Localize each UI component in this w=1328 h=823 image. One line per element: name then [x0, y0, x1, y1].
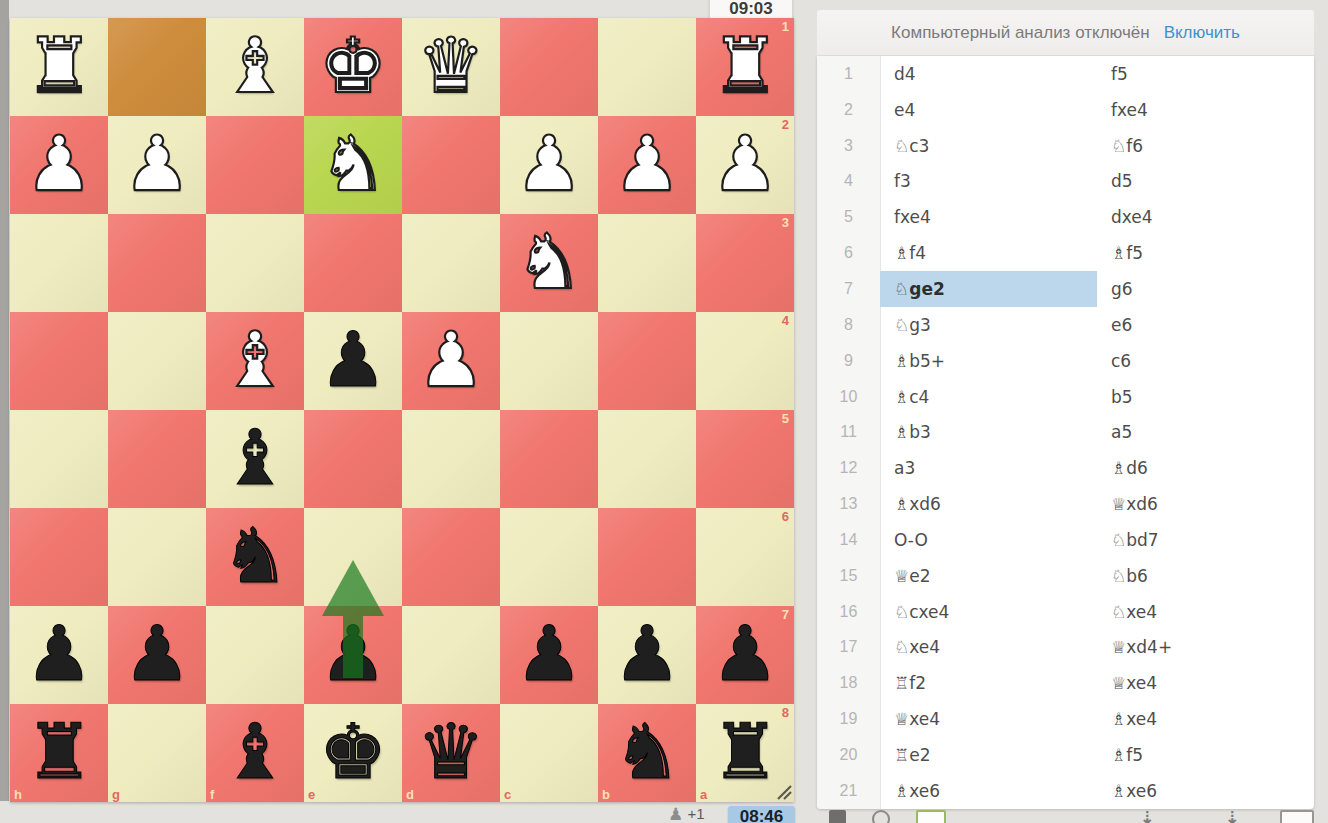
square-b2[interactable]: ♟	[598, 116, 696, 214]
square-h2[interactable]: ♟	[10, 116, 108, 214]
move-row-21: 21♗xe6♗xe6	[817, 773, 1314, 809]
piece-bP-e4[interactable]: ♟	[304, 312, 402, 410]
move-row-9: 9♗b5+c6	[817, 343, 1314, 379]
square-e4[interactable]: ♟	[304, 312, 402, 410]
piece-wQ-d1[interactable]: ♛	[402, 18, 500, 116]
move-black-1[interactable]: f5	[1097, 56, 1313, 92]
move-black-11[interactable]: a5	[1097, 414, 1313, 450]
move-white-6[interactable]: ♗f4	[880, 235, 1097, 271]
square-a4[interactable]: 4	[696, 312, 794, 410]
square-d1[interactable]: ♛	[402, 18, 500, 116]
rank-coordinate-5: 5	[782, 411, 789, 426]
move-row-1: 1d4f5	[817, 56, 1314, 92]
analysis-status-text: Компьютерный анализ отключён	[891, 23, 1150, 43]
file-coordinate-c: c	[504, 787, 511, 802]
square-e1[interactable]: ♚	[304, 18, 402, 116]
move-black-6[interactable]: ♗f5	[1097, 235, 1313, 271]
square-c3[interactable]: ♞	[500, 214, 598, 312]
piece-wR-a1[interactable]: ♜	[696, 18, 794, 116]
import-game-icon[interactable]: ⇣	[1139, 810, 1155, 823]
piece-wR-h1[interactable]: ♜	[10, 18, 108, 116]
move-black-4[interactable]: d5	[1097, 164, 1313, 200]
move-row-6: 6♗f4♗f5	[817, 235, 1314, 271]
move-black-19[interactable]: ♗xe4	[1097, 701, 1313, 737]
piece-wP-c2[interactable]: ♟	[500, 116, 598, 214]
settings-gear-icon[interactable]	[872, 810, 890, 823]
move-number: 18	[817, 674, 880, 692]
move-white-1[interactable]: d4	[880, 56, 1097, 92]
move-black-7[interactable]: g6	[1097, 271, 1313, 307]
square-d5[interactable]	[402, 410, 500, 508]
move-black-15[interactable]: ♘b6	[1097, 558, 1313, 594]
square-f8[interactable]: ♝f	[206, 704, 304, 802]
export-game-icon[interactable]: ⇣	[1224, 810, 1240, 823]
piece-wB-f1[interactable]: ♝	[206, 18, 304, 116]
move-row-8: 8♘g3e6	[817, 307, 1314, 343]
piece-bP-g7[interactable]: ♟	[108, 606, 206, 704]
square-e6[interactable]	[304, 508, 402, 606]
board-grid[interactable]: ♜♝♚♛♜1♟♟♞♟♟♟2♞3♝♟♟4♝5♞6♟♟♟♟♟♟7♜hg♝f♚e♛dc…	[10, 18, 794, 802]
move-number: 10	[817, 388, 880, 406]
square-a1[interactable]: ♜1	[696, 18, 794, 116]
move-row-12: 12a3♗d6	[817, 450, 1314, 486]
square-d2[interactable]	[402, 116, 500, 214]
rank-coordinate-3: 3	[782, 215, 789, 230]
square-b3[interactable]	[598, 214, 696, 312]
move-number: 12	[817, 459, 880, 477]
square-a2[interactable]: ♟2	[696, 116, 794, 214]
analysis-board-icon[interactable]	[829, 810, 846, 823]
move-black-21[interactable]: ♗xe6	[1097, 773, 1313, 809]
square-c2[interactable]: ♟	[500, 116, 598, 214]
square-g6[interactable]	[108, 508, 206, 606]
piece-bP-c7[interactable]: ♟	[500, 606, 598, 704]
square-b8[interactable]: ♞b	[598, 704, 696, 802]
move-white-13[interactable]: ♗xd6	[880, 486, 1097, 522]
square-a8[interactable]: ♜a8	[696, 704, 794, 802]
square-g7[interactable]: ♟	[108, 606, 206, 704]
move-black-17[interactable]: ♕xd4+	[1097, 630, 1313, 666]
rank-coordinate-1: 1	[782, 19, 789, 34]
piece-wB-f4[interactable]: ♝	[206, 312, 304, 410]
rank-coordinate-8: 8	[782, 705, 789, 720]
square-f3[interactable]	[206, 214, 304, 312]
app-window: 09:03 ♜♝♚♛♜1♟♟♞♟♟♟2♞3♝♟♟4♝5♞6♟♟♟♟♟♟7♜hg♝…	[0, 0, 1328, 823]
move-number: 2	[817, 101, 880, 119]
square-c6[interactable]	[500, 508, 598, 606]
move-row-18: 18♖f2♕xe4	[817, 665, 1314, 701]
file-coordinate-d: d	[406, 787, 414, 802]
square-h4[interactable]	[10, 312, 108, 410]
square-f7[interactable]	[206, 606, 304, 704]
square-h7[interactable]: ♟	[10, 606, 108, 704]
move-black-9[interactable]: c6	[1097, 343, 1313, 379]
square-b4[interactable]	[598, 312, 696, 410]
file-coordinate-h: h	[14, 787, 22, 802]
square-a3[interactable]: 3	[696, 214, 794, 312]
move-black-12[interactable]: ♗d6	[1097, 450, 1313, 486]
square-e3[interactable]	[304, 214, 402, 312]
square-e7[interactable]: ♟	[304, 606, 402, 704]
move-row-10: 10♗c4b5	[817, 379, 1314, 415]
move-number: 1	[817, 65, 880, 83]
piece-bR-a8[interactable]: ♜	[696, 704, 794, 802]
square-h3[interactable]	[10, 214, 108, 312]
move-white-16[interactable]: ♘cxe4	[880, 594, 1097, 630]
move-white-7[interactable]: ♘ge2	[880, 271, 1097, 307]
move-row-11: 11♗b3a5	[817, 414, 1314, 450]
square-c7[interactable]: ♟	[500, 606, 598, 704]
square-c1[interactable]	[500, 18, 598, 116]
square-b6[interactable]	[598, 508, 696, 606]
move-number: 20	[817, 746, 880, 764]
move-white-14[interactable]: O-O	[880, 522, 1097, 558]
piece-wN-e2[interactable]: ♞	[304, 116, 402, 214]
piece-bQ-d8[interactable]: ♛	[402, 704, 500, 802]
move-row-14: 14O-O♘bd7	[817, 522, 1314, 558]
move-white-11[interactable]: ♗b3	[880, 414, 1097, 450]
piece-wP-h2[interactable]: ♟	[10, 116, 108, 214]
move-white-21[interactable]: ♗xe6	[880, 773, 1097, 809]
move-number: 13	[817, 495, 880, 513]
move-row-2: 2e4fxe4	[817, 92, 1314, 128]
square-b5[interactable]	[598, 410, 696, 508]
white-clock: 09:03	[709, 0, 793, 20]
square-d3[interactable]	[402, 214, 500, 312]
square-g5[interactable]	[108, 410, 206, 508]
panel-toolbar: ⇣ ⇣	[817, 810, 1314, 823]
square-f4[interactable]: ♝	[206, 312, 304, 410]
file-coordinate-g: g	[112, 787, 120, 802]
square-a6[interactable]: 6	[696, 508, 794, 606]
chess-board[interactable]: ♜♝♚♛♜1♟♟♞♟♟♟2♞3♝♟♟4♝5♞6♟♟♟♟♟♟7♜hg♝f♚e♛dc…	[10, 18, 794, 802]
move-number: 5	[817, 208, 880, 226]
square-f1[interactable]: ♝	[206, 18, 304, 116]
rank-coordinate-6: 6	[782, 509, 789, 524]
piece-wP-d4[interactable]: ♟	[402, 312, 500, 410]
move-row-15: 15♕e2♘b6	[817, 558, 1314, 594]
move-white-10[interactable]: ♗c4	[880, 379, 1097, 415]
move-white-9[interactable]: ♗b5+	[880, 343, 1097, 379]
black-clock-active: 08:46	[728, 806, 795, 823]
move-white-8[interactable]: ♘g3	[880, 307, 1097, 343]
piece-wN-c3[interactable]: ♞	[500, 214, 598, 312]
move-row-16: 16♘cxe4♘xe4	[817, 594, 1314, 630]
move-white-3[interactable]: ♘c3	[880, 128, 1097, 164]
square-h8[interactable]: ♜h	[10, 704, 108, 802]
square-a5[interactable]: 5	[696, 410, 794, 508]
move-number: 4	[817, 172, 880, 190]
material-advantage: ♟ +1	[668, 804, 705, 823]
move-white-2[interactable]: e4	[880, 92, 1097, 128]
fen-box-icon[interactable]	[1280, 810, 1314, 823]
square-f6[interactable]: ♞	[206, 508, 304, 606]
move-white-20[interactable]: ♖e2	[880, 737, 1097, 773]
move-row-5: 5fxe4dxe4	[817, 199, 1314, 235]
move-white-4[interactable]: f3	[880, 164, 1097, 200]
piece-wK-e1[interactable]: ♚	[304, 18, 402, 116]
square-h6[interactable]	[10, 508, 108, 606]
move-number: 3	[817, 137, 880, 155]
move-number: 16	[817, 603, 880, 621]
square-f5[interactable]: ♝	[206, 410, 304, 508]
move-black-16[interactable]: ♘xe4	[1097, 594, 1313, 630]
move-white-15[interactable]: ♕e2	[880, 558, 1097, 594]
material-count: +1	[687, 805, 704, 822]
square-d4[interactable]: ♟	[402, 312, 500, 410]
move-black-3[interactable]: ♘f6	[1097, 128, 1313, 164]
rank-coordinate-2: 2	[782, 117, 789, 132]
square-f2[interactable]	[206, 116, 304, 214]
square-e5[interactable]	[304, 410, 402, 508]
captured-pawn-icon: ♟	[668, 804, 683, 823]
square-g4[interactable]	[108, 312, 206, 410]
piece-bP-e7[interactable]: ♟	[304, 606, 402, 704]
piece-bP-b7[interactable]: ♟	[598, 606, 696, 704]
piece-wP-b2[interactable]: ♟	[598, 116, 696, 214]
square-b7[interactable]: ♟	[598, 606, 696, 704]
piece-bN-f6[interactable]: ♞	[206, 508, 304, 606]
move-number: 7	[817, 280, 880, 298]
rank-coordinate-4: 4	[782, 313, 789, 328]
square-a7[interactable]: ♟7	[696, 606, 794, 704]
file-coordinate-e: e	[308, 787, 315, 802]
page-edge-strip	[0, 0, 9, 801]
move-row-3: 3♘c3♘f6	[817, 128, 1314, 164]
move-row-19: 19♕xe4♗xe4	[817, 701, 1314, 737]
move-black-20[interactable]: ♗f5	[1097, 737, 1313, 773]
move-black-5[interactable]: dxe4	[1097, 199, 1313, 235]
square-h1[interactable]: ♜	[10, 18, 108, 116]
move-row-7: 7♘ge2g6	[817, 271, 1314, 307]
file-coordinate-b: b	[602, 787, 610, 802]
piece-bK-e8[interactable]: ♚	[304, 704, 402, 802]
square-d8[interactable]: ♛d	[402, 704, 500, 802]
move-row-17: 17♘xe4♕xd4+	[817, 630, 1314, 666]
move-number: 8	[817, 316, 880, 334]
move-white-17[interactable]: ♘xe4	[880, 630, 1097, 666]
move-number: 9	[817, 352, 880, 370]
piece-bB-f5[interactable]: ♝	[206, 410, 304, 508]
board-editor-icon[interactable]	[916, 810, 946, 823]
move-black-10[interactable]: b5	[1097, 379, 1313, 415]
piece-bP-h7[interactable]: ♟	[10, 606, 108, 704]
square-g1[interactable]	[108, 18, 206, 116]
move-number: 21	[817, 782, 880, 800]
move-black-18[interactable]: ♕xe4	[1097, 665, 1313, 701]
move-white-12[interactable]: a3	[880, 450, 1097, 486]
square-c8[interactable]: c	[500, 704, 598, 802]
move-white-19[interactable]: ♕xe4	[880, 701, 1097, 737]
square-e8[interactable]: ♚e	[304, 704, 402, 802]
square-b1[interactable]	[598, 18, 696, 116]
file-coordinate-a: a	[700, 787, 707, 802]
piece-wP-a2[interactable]: ♟	[696, 116, 794, 214]
square-g2[interactable]: ♟	[108, 116, 206, 214]
move-list-panel: Компьютерный анализ отключён Включить 1d…	[817, 10, 1314, 809]
move-number: 19	[817, 710, 880, 728]
move-white-18[interactable]: ♖f2	[880, 665, 1097, 701]
piece-bP-a7[interactable]: ♟	[696, 606, 794, 704]
move-number: 14	[817, 531, 880, 549]
square-d7[interactable]	[402, 606, 500, 704]
square-c4[interactable]	[500, 312, 598, 410]
rank-coordinate-7: 7	[782, 607, 789, 622]
move-black-8[interactable]: e6	[1097, 307, 1313, 343]
move-row-13: 13♗xd6♕xd6	[817, 486, 1314, 522]
move-number: 17	[817, 638, 880, 656]
square-c5[interactable]	[500, 410, 598, 508]
square-e2[interactable]: ♞	[304, 116, 402, 214]
move-number: 6	[817, 244, 880, 262]
move-row-4: 4f3d5	[817, 164, 1314, 200]
move-black-2[interactable]: fxe4	[1097, 92, 1313, 128]
move-black-13[interactable]: ♕xd6	[1097, 486, 1313, 522]
enable-analysis-link[interactable]: Включить	[1164, 23, 1240, 43]
file-coordinate-f: f	[210, 787, 214, 802]
piece-bB-f8[interactable]: ♝	[206, 704, 304, 802]
piece-bN-b8[interactable]: ♞	[598, 704, 696, 802]
move-white-5[interactable]: fxe4	[880, 199, 1097, 235]
square-d6[interactable]	[402, 508, 500, 606]
move-number: 11	[817, 423, 880, 441]
piece-bR-h8[interactable]: ♜	[10, 704, 108, 802]
move-black-14[interactable]: ♘bd7	[1097, 522, 1313, 558]
move-number: 15	[817, 567, 880, 585]
square-h5[interactable]	[10, 410, 108, 508]
move-row-20: 20♖e2♗f5	[817, 737, 1314, 773]
square-g3[interactable]	[108, 214, 206, 312]
piece-wP-g2[interactable]: ♟	[108, 116, 206, 214]
square-g8[interactable]: g	[108, 704, 206, 802]
analysis-bar: Компьютерный анализ отключён Включить	[817, 10, 1314, 56]
move-list[interactable]: 1d4f52e4fxe43♘c3♘f64f3d55fxe4dxe46♗f4♗f5…	[817, 56, 1314, 809]
